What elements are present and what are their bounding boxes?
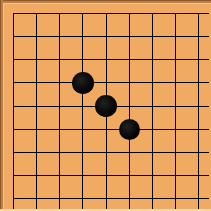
board-cell [129,152,152,175]
stone-black [119,119,141,141]
board-cell [175,129,198,152]
board-cell [152,129,175,152]
board-cell [82,152,105,175]
board-cell [129,82,152,105]
stone-black [72,72,94,94]
board-cell [82,36,105,59]
board-cell [59,36,82,59]
board-cell [175,36,198,59]
board-cell [59,198,82,209]
board-cell [198,59,209,82]
board-cell [106,152,129,175]
board-cell [175,175,198,198]
board-cell [36,152,59,175]
board-cell [198,129,209,152]
board-cell [82,13,105,36]
board-cell [175,13,198,36]
board-cell [129,175,152,198]
board-cell [152,198,175,209]
board-cell [106,175,129,198]
board-cell [175,82,198,105]
board-cell [13,106,36,129]
board-frame-top [0,0,211,3]
board-cell [36,129,59,152]
board-cell [59,175,82,198]
board-cell [198,106,209,129]
board-cell [198,152,209,175]
board-cell [59,152,82,175]
board-cell [152,152,175,175]
board-cell [198,198,209,209]
board-cell [13,59,36,82]
board-cell [152,106,175,129]
board-frame-left [0,0,3,211]
board-cell [59,13,82,36]
board-cell [198,82,209,105]
board-cell [36,175,59,198]
board-cell [36,198,59,209]
board-cell [13,175,36,198]
board-cell [175,152,198,175]
board-cell [198,13,209,36]
board-frame-left-highlight [3,3,4,211]
board-cell [152,59,175,82]
board-cell [198,175,209,198]
board-cell [175,198,198,209]
board-cell [129,13,152,36]
board-cell [13,152,36,175]
board-frame-bottom-highlight [0,209,211,211]
board-cell [152,13,175,36]
board-cell [198,36,209,59]
board-grid [13,13,209,209]
board-cell [129,198,152,209]
board-cell [82,129,105,152]
board-cell [13,129,36,152]
board-cell [152,82,175,105]
board-frame-top-highlight [3,3,211,4]
board-cell [152,175,175,198]
board-cell [106,36,129,59]
board-cell [59,106,82,129]
board-cell [106,198,129,209]
board-cell [175,59,198,82]
board-cell [36,13,59,36]
board-cell [13,82,36,105]
board-cell [106,13,129,36]
board-cell [106,59,129,82]
board-cell [175,106,198,129]
board-cell [152,36,175,59]
board-cell [36,106,59,129]
go-board-diagram [0,0,211,211]
board-cell [13,198,36,209]
board-cell [129,36,152,59]
board-cell [36,59,59,82]
board-cell [59,129,82,152]
board-cell [82,175,105,198]
board-cell [36,82,59,105]
board-cell [13,36,36,59]
board-cell [13,13,36,36]
stone-black [95,95,117,117]
board-cell [129,59,152,82]
board-cell [82,198,105,209]
board-cell [36,36,59,59]
